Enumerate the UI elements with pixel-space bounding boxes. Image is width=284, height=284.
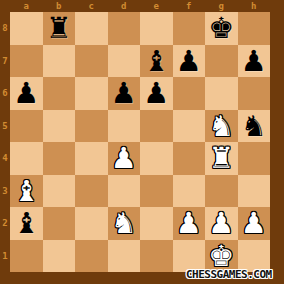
square-h2[interactable]: ♟ <box>238 207 271 240</box>
square-c5[interactable] <box>75 110 108 143</box>
chess-board: ♜♚♝♟♟♟♟♟♞♞♟♜♝♝♞♟♟♟♚ <box>10 12 270 272</box>
piece-white-knight-g5: ♞ <box>208 110 234 143</box>
square-e1[interactable] <box>140 240 173 273</box>
piece-black-pawn-f7: ♟ <box>176 45 202 78</box>
rank-label-2: 2 <box>0 207 10 240</box>
square-e6[interactable]: ♟ <box>140 77 173 110</box>
square-h3[interactable] <box>238 175 271 208</box>
square-c4[interactable] <box>75 142 108 175</box>
square-a7[interactable] <box>10 45 43 78</box>
square-f5[interactable] <box>173 110 206 143</box>
square-a2[interactable]: ♝ <box>10 207 43 240</box>
piece-black-pawn-a6: ♟ <box>13 77 39 110</box>
piece-white-pawn-f2: ♟ <box>176 207 202 240</box>
square-e4[interactable] <box>140 142 173 175</box>
piece-black-pawn-d6: ♟ <box>111 77 137 110</box>
square-a5[interactable] <box>10 110 43 143</box>
square-d6[interactable]: ♟ <box>108 77 141 110</box>
square-h5[interactable]: ♞ <box>238 110 271 143</box>
square-a8[interactable] <box>10 12 43 45</box>
square-e5[interactable] <box>140 110 173 143</box>
square-g6[interactable] <box>205 77 238 110</box>
square-a3[interactable]: ♝ <box>10 175 43 208</box>
piece-white-pawn-h2: ♟ <box>241 207 267 240</box>
square-f8[interactable] <box>173 12 206 45</box>
square-d5[interactable] <box>108 110 141 143</box>
square-b8[interactable]: ♜ <box>43 12 76 45</box>
rank-label-4: 4 <box>0 142 10 175</box>
square-f6[interactable] <box>173 77 206 110</box>
piece-black-bishop-a2: ♝ <box>13 207 39 240</box>
square-f2[interactable]: ♟ <box>173 207 206 240</box>
square-b3[interactable] <box>43 175 76 208</box>
file-label-e: e <box>140 0 173 12</box>
square-d1[interactable] <box>108 240 141 273</box>
rank-label-1: 1 <box>0 240 10 273</box>
rank-label-7: 7 <box>0 45 10 78</box>
square-g2[interactable]: ♟ <box>205 207 238 240</box>
file-label-a: a <box>10 0 43 12</box>
piece-white-bishop-a3: ♝ <box>13 175 39 208</box>
square-h6[interactable] <box>238 77 271 110</box>
square-e2[interactable] <box>140 207 173 240</box>
rank-label-8: 8 <box>0 12 10 45</box>
square-c1[interactable] <box>75 240 108 273</box>
piece-black-knight-h5: ♞ <box>241 110 267 143</box>
chessgames-watermark: CHESSGAMES.COM <box>186 268 272 282</box>
square-d2[interactable]: ♞ <box>108 207 141 240</box>
square-h4[interactable] <box>238 142 271 175</box>
file-label-d: d <box>108 0 141 12</box>
square-g4[interactable]: ♜ <box>205 142 238 175</box>
square-c8[interactable] <box>75 12 108 45</box>
piece-black-king-g8: ♚ <box>208 12 234 45</box>
square-b4[interactable] <box>43 142 76 175</box>
square-e7[interactable]: ♝ <box>140 45 173 78</box>
rank-label-3: 3 <box>0 175 10 208</box>
square-e3[interactable] <box>140 175 173 208</box>
square-a6[interactable]: ♟ <box>10 77 43 110</box>
square-d4[interactable]: ♟ <box>108 142 141 175</box>
piece-white-pawn-d4: ♟ <box>111 142 137 175</box>
piece-white-rook-g4: ♜ <box>208 142 234 175</box>
square-g5[interactable]: ♞ <box>205 110 238 143</box>
square-h8[interactable] <box>238 12 271 45</box>
square-h7[interactable]: ♟ <box>238 45 271 78</box>
file-label-f: f <box>173 0 206 12</box>
piece-black-bishop-e7: ♝ <box>143 45 169 78</box>
square-c6[interactable] <box>75 77 108 110</box>
square-a4[interactable] <box>10 142 43 175</box>
square-d3[interactable] <box>108 175 141 208</box>
square-b1[interactable] <box>43 240 76 273</box>
rank-label-6: 6 <box>0 77 10 110</box>
square-c2[interactable] <box>75 207 108 240</box>
square-d8[interactable] <box>108 12 141 45</box>
square-e8[interactable] <box>140 12 173 45</box>
board-frame: abcdefgh 87654321 ♜♚♝♟♟♟♟♟♞♞♟♜♝♝♞♟♟♟♚ CH… <box>0 0 284 284</box>
square-a1[interactable] <box>10 240 43 273</box>
square-g3[interactable] <box>205 175 238 208</box>
square-f7[interactable]: ♟ <box>173 45 206 78</box>
piece-black-rook-b8: ♜ <box>46 12 72 45</box>
piece-white-knight-d2: ♞ <box>111 207 137 240</box>
square-b2[interactable] <box>43 207 76 240</box>
square-b7[interactable] <box>43 45 76 78</box>
square-b6[interactable] <box>43 77 76 110</box>
square-b5[interactable] <box>43 110 76 143</box>
piece-white-pawn-g2: ♟ <box>208 207 234 240</box>
square-g8[interactable]: ♚ <box>205 12 238 45</box>
square-c7[interactable] <box>75 45 108 78</box>
square-f3[interactable] <box>173 175 206 208</box>
square-f4[interactable] <box>173 142 206 175</box>
file-label-c: c <box>75 0 108 12</box>
piece-black-pawn-h7: ♟ <box>241 45 267 78</box>
square-c3[interactable] <box>75 175 108 208</box>
square-g7[interactable] <box>205 45 238 78</box>
file-label-h: h <box>238 0 271 12</box>
square-d7[interactable] <box>108 45 141 78</box>
rank-label-5: 5 <box>0 110 10 143</box>
piece-black-pawn-e6: ♟ <box>143 77 169 110</box>
